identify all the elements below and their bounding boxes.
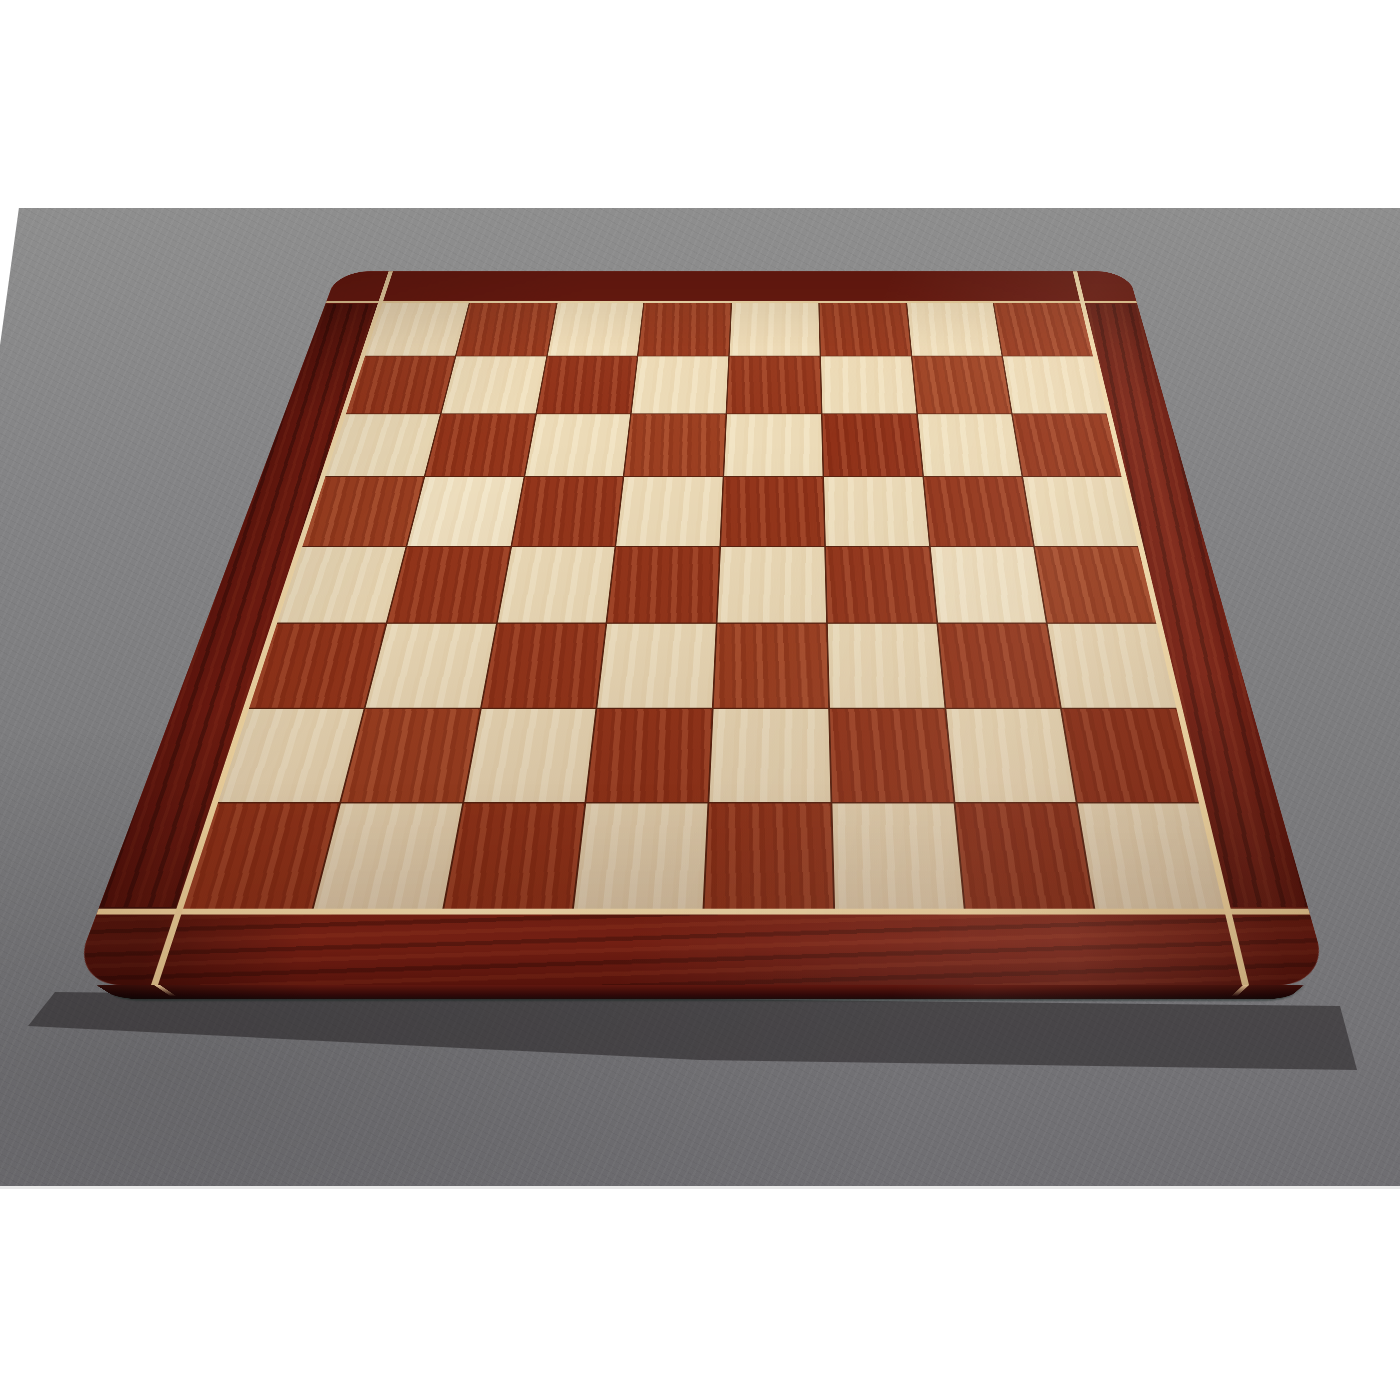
square-g5	[924, 477, 1034, 545]
square-b4	[387, 547, 510, 623]
square-g7	[912, 356, 1011, 413]
square-b3	[365, 624, 495, 708]
square-d1	[574, 804, 707, 909]
square-h7	[1003, 356, 1106, 413]
square-b2	[341, 709, 480, 803]
square-c5	[512, 477, 623, 545]
square-f6	[822, 414, 922, 476]
square-c6	[525, 414, 631, 476]
square-g6	[918, 414, 1022, 476]
square-a8	[365, 303, 468, 355]
square-f1	[832, 804, 963, 909]
square-d6	[624, 414, 725, 476]
square-a7	[346, 356, 455, 413]
square-c2	[464, 709, 596, 803]
square-d3	[598, 624, 716, 708]
square-b6	[425, 414, 535, 476]
square-f5	[824, 477, 929, 545]
square-f7	[821, 356, 916, 413]
square-e7	[727, 356, 821, 413]
square-e3	[714, 624, 828, 708]
square-h8	[994, 303, 1092, 355]
side-inlay-tick-left	[154, 985, 176, 996]
square-g1	[955, 804, 1094, 909]
square-c7	[537, 356, 637, 413]
square-e1	[704, 804, 832, 909]
border-strip-near	[70, 907, 1330, 985]
square-b7	[441, 356, 546, 413]
square-g3	[938, 624, 1060, 708]
chessboard	[70, 271, 1330, 985]
square-e8	[730, 303, 820, 355]
square-c8	[547, 303, 643, 355]
square-d8	[639, 303, 731, 355]
square-g8	[907, 303, 1002, 355]
maple-inlay-line-far	[326, 301, 1137, 304]
square-d7	[632, 356, 728, 413]
square-c1	[444, 804, 585, 909]
square-e4	[718, 547, 826, 623]
square-b1	[313, 804, 461, 909]
board-top-face	[70, 271, 1330, 985]
square-h4	[1035, 547, 1156, 623]
board-scene	[0, 0, 1400, 1400]
square-d5	[616, 477, 722, 545]
board-side-face	[96, 985, 1304, 999]
square-c3	[482, 624, 606, 708]
square-e6	[724, 414, 822, 476]
square-f2	[830, 709, 953, 803]
square-f8	[819, 303, 910, 355]
chessboard-product-photo	[0, 0, 1400, 1400]
maple-inlay-line-near	[96, 909, 1310, 915]
square-c4	[497, 547, 614, 623]
square-d4	[607, 547, 719, 623]
square-f3	[828, 624, 944, 708]
square-e2	[709, 709, 830, 803]
square-b8	[456, 303, 556, 355]
border-strip-far	[325, 271, 1137, 304]
square-d2	[587, 709, 712, 803]
square-h2	[1062, 709, 1199, 803]
square-b5	[407, 477, 523, 545]
square-e5	[721, 477, 824, 545]
square-g2	[946, 709, 1076, 803]
square-h5	[1023, 477, 1138, 545]
square-h3	[1048, 624, 1176, 708]
side-inlay-tick-right	[1231, 985, 1249, 996]
square-h6	[1013, 414, 1122, 476]
square-g4	[930, 547, 1046, 623]
square-f4	[826, 547, 936, 623]
